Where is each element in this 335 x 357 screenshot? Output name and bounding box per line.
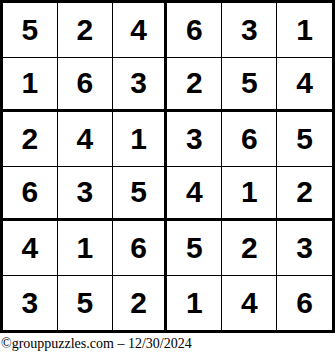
- cell-r2c3[interactable]: 3: [113, 58, 168, 113]
- copyright-credit: ©grouppuzzles.com – 12/30/2024: [1, 336, 334, 352]
- cell-r6c2[interactable]: 5: [58, 276, 113, 331]
- cell-r2c6[interactable]: 4: [277, 58, 332, 113]
- cell-r1c4[interactable]: 6: [167, 3, 222, 58]
- cell-r4c4[interactable]: 4: [167, 167, 222, 222]
- cell-r2c1[interactable]: 1: [3, 58, 58, 113]
- cell-r6c6[interactable]: 6: [277, 276, 332, 331]
- cell-r5c5[interactable]: 2: [222, 221, 277, 276]
- cell-r2c4[interactable]: 2: [167, 58, 222, 113]
- cell-r5c4[interactable]: 5: [167, 221, 222, 276]
- cell-r2c2[interactable]: 6: [58, 58, 113, 113]
- cell-r1c2[interactable]: 2: [58, 3, 113, 58]
- cell-r3c4[interactable]: 3: [167, 112, 222, 167]
- cell-r4c5[interactable]: 1: [222, 167, 277, 222]
- cell-r5c6[interactable]: 3: [277, 221, 332, 276]
- cell-r1c5[interactable]: 3: [222, 3, 277, 58]
- cell-r1c1[interactable]: 5: [3, 3, 58, 58]
- cell-r4c3[interactable]: 5: [113, 167, 168, 222]
- cell-r4c1[interactable]: 6: [3, 167, 58, 222]
- cell-r3c5[interactable]: 6: [222, 112, 277, 167]
- sudoku-board: 524631163254241365635412416523352146: [0, 0, 335, 333]
- cell-r6c1[interactable]: 3: [3, 276, 58, 331]
- cell-r4c2[interactable]: 3: [58, 167, 113, 222]
- cell-r1c3[interactable]: 4: [113, 3, 168, 58]
- cell-r3c2[interactable]: 4: [58, 112, 113, 167]
- cell-r6c3[interactable]: 2: [113, 276, 168, 331]
- cell-r6c4[interactable]: 1: [167, 276, 222, 331]
- cell-r1c6[interactable]: 1: [277, 3, 332, 58]
- cell-r4c6[interactable]: 2: [277, 167, 332, 222]
- cell-r5c3[interactable]: 6: [113, 221, 168, 276]
- cell-r6c5[interactable]: 4: [222, 276, 277, 331]
- cell-r3c3[interactable]: 1: [113, 112, 168, 167]
- cell-r2c5[interactable]: 5: [222, 58, 277, 113]
- cell-r5c1[interactable]: 4: [3, 221, 58, 276]
- cell-r3c1[interactable]: 2: [3, 112, 58, 167]
- cell-r3c6[interactable]: 5: [277, 112, 332, 167]
- cell-r5c2[interactable]: 1: [58, 221, 113, 276]
